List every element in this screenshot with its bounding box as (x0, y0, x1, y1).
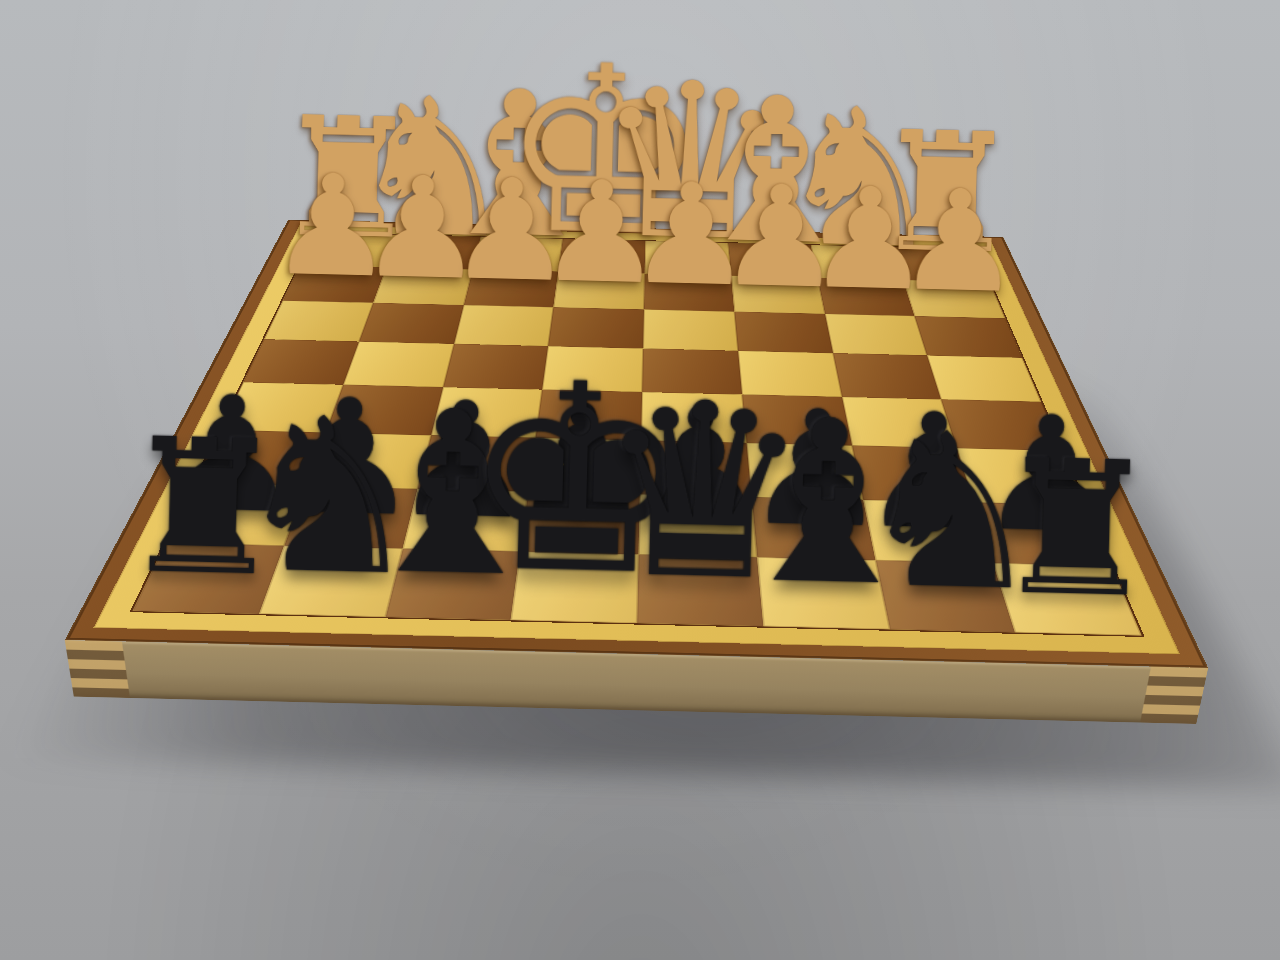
square-h3 (264, 300, 373, 341)
piece-white-bishop: ♝ (684, 69, 868, 273)
square-h1: ♜ (300, 233, 398, 267)
piece-white-king: ♚ (499, 34, 711, 270)
piece-white-pawn: ♟ (626, 164, 754, 306)
square-b1: ♞ (810, 245, 903, 280)
piece-white-pawn: ♟ (806, 168, 934, 310)
square-c3 (734, 312, 832, 354)
board-grid: ♜♞♝♚♛♝♞♜♟♟♟♟♟♟♟♟♟♟♟♟♟♟♟♟♜♞♝♚♛♝♞♜ (133, 233, 1142, 636)
square-a3 (915, 316, 1022, 358)
piece-white-queen: ♛ (592, 53, 789, 272)
square-g1: ♞ (386, 235, 480, 269)
square-e2: ♟ (554, 271, 645, 309)
square-g3 (359, 303, 464, 344)
piece-white-pawn: ♟ (358, 157, 486, 299)
piece-white-knight: ♞ (774, 82, 948, 276)
piece-white-bishop: ♝ (427, 63, 611, 267)
piece-white-pawn: ♟ (447, 159, 575, 301)
piece-white-pawn: ♟ (537, 161, 665, 303)
piece-black-rook: ♜ (991, 435, 1161, 624)
square-a1: ♜ (893, 247, 990, 282)
board-rotation-wrap: ♜♞♝♚♛♝♞♜♟♟♟♟♟♟♟♟♟♟♟♟♟♟♟♟♜♞♝♚♛♝♞♜ (0, 0, 1280, 960)
photo-scene: ♜♞♝♚♛♝♞♜♟♟♟♟♟♟♟♟♟♟♟♟♟♟♟♟♜♞♝♚♛♝♞♜ (0, 0, 1280, 960)
piece-white-rook: ♜ (871, 109, 1023, 277)
piece-white-pawn: ♟ (895, 170, 1023, 312)
square-a2: ♟ (903, 280, 1005, 318)
board-light-band: ♜♞♝♚♛♝♞♜♟♟♟♟♟♟♟♟♟♟♟♟♟♟♟♟♜♞♝♚♛♝♞♜ (93, 225, 1180, 654)
square-f2: ♟ (463, 269, 558, 307)
square-a8: ♜ (993, 563, 1141, 635)
square-c2: ♟ (731, 276, 825, 314)
piece-white-pawn: ♟ (716, 166, 844, 308)
square-c1: ♝ (728, 243, 817, 278)
piece-white-pawn: ♟ (268, 155, 396, 297)
square-h2: ♟ (283, 265, 386, 303)
square-d1: ♛ (645, 241, 731, 276)
square-f1: ♝ (472, 237, 563, 272)
square-g2: ♟ (373, 267, 472, 305)
square-b3 (825, 314, 928, 356)
square-b2: ♟ (817, 278, 915, 316)
chess-board-box: ♜♞♝♚♛♝♞♜♟♟♟♟♟♟♟♟♟♟♟♟♟♟♟♟♜♞♝♚♛♝♞♜ (65, 220, 1208, 668)
square-d2: ♟ (644, 274, 734, 312)
square-e1: ♚ (559, 239, 646, 274)
piece-white-knight: ♞ (346, 71, 520, 265)
piece-white-rook: ♜ (271, 94, 423, 262)
board-outer-border: ♜♞♝♚♛♝♞♜♟♟♟♟♟♟♟♟♟♟♟♟♟♟♟♟♜♞♝♚♛♝♞♜ (65, 220, 1208, 668)
